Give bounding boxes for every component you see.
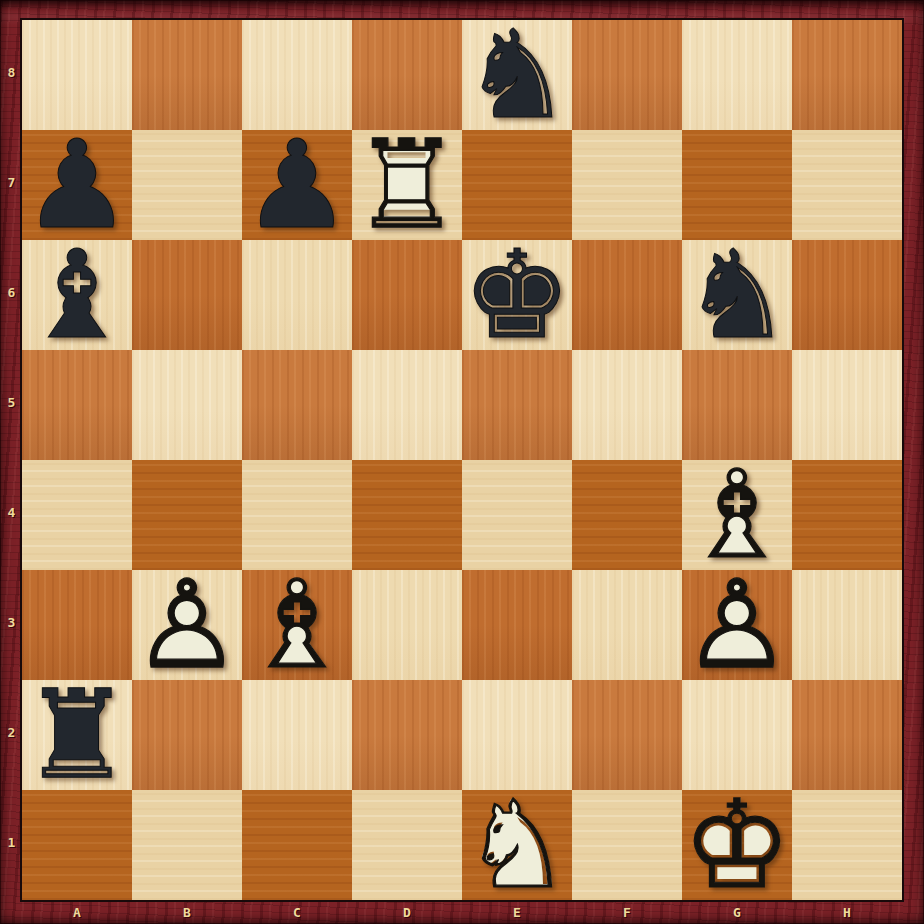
- chess-board-frame: ♞♟♟♜♖♝♚♞♝♗♟♙♝♗♟♙♜♞♘♚♔ 87654321 ABCDEFGH: [0, 0, 924, 924]
- square-h4[interactable]: [792, 460, 902, 570]
- square-a2[interactable]: ♜: [22, 680, 132, 790]
- rank-label-7: 7: [4, 128, 19, 238]
- square-h3[interactable]: [792, 570, 902, 680]
- square-h2[interactable]: [792, 680, 902, 790]
- square-b2[interactable]: [132, 680, 242, 790]
- square-f6[interactable]: [572, 240, 682, 350]
- white-bishop[interactable]: ♝♗: [242, 570, 352, 680]
- black-pawn-icon: ♟: [242, 130, 352, 240]
- white-bishop-outline-icon: ♗: [242, 570, 352, 680]
- square-c5[interactable]: [242, 350, 352, 460]
- square-b3[interactable]: ♟♙: [132, 570, 242, 680]
- square-d4[interactable]: [352, 460, 462, 570]
- square-b1[interactable]: [132, 790, 242, 900]
- square-d2[interactable]: [352, 680, 462, 790]
- square-a1[interactable]: [22, 790, 132, 900]
- file-label-f: F: [572, 902, 682, 924]
- file-label-c: C: [242, 902, 352, 924]
- square-g8[interactable]: [682, 20, 792, 130]
- square-c1[interactable]: [242, 790, 352, 900]
- white-knight[interactable]: ♞♘: [462, 790, 572, 900]
- square-c2[interactable]: [242, 680, 352, 790]
- file-label-b: B: [132, 902, 242, 924]
- square-h5[interactable]: [792, 350, 902, 460]
- square-a5[interactable]: [22, 350, 132, 460]
- black-knight-icon: ♞: [682, 240, 792, 350]
- black-knight[interactable]: ♞: [462, 20, 572, 130]
- file-label-g: G: [682, 902, 792, 924]
- rank-label-1: 1: [4, 788, 19, 898]
- square-b7[interactable]: [132, 130, 242, 240]
- square-f3[interactable]: [572, 570, 682, 680]
- rank-label-4: 4: [4, 458, 19, 568]
- square-g3[interactable]: ♟♙: [682, 570, 792, 680]
- white-king-outline-icon: ♔: [682, 790, 792, 900]
- square-f4[interactable]: [572, 460, 682, 570]
- square-g6[interactable]: ♞: [682, 240, 792, 350]
- file-label-d: D: [352, 902, 462, 924]
- white-pawn-outline-icon: ♙: [682, 570, 792, 680]
- rank-label-8: 8: [4, 18, 19, 128]
- square-e1[interactable]: ♞♘: [462, 790, 572, 900]
- square-e3[interactable]: [462, 570, 572, 680]
- square-f8[interactable]: [572, 20, 682, 130]
- square-f7[interactable]: [572, 130, 682, 240]
- board: ♞♟♟♜♖♝♚♞♝♗♟♙♝♗♟♙♜♞♘♚♔: [20, 18, 904, 902]
- square-d7[interactable]: ♜♖: [352, 130, 462, 240]
- black-bishop[interactable]: ♝: [22, 240, 132, 350]
- square-d6[interactable]: [352, 240, 462, 350]
- square-b6[interactable]: [132, 240, 242, 350]
- square-f5[interactable]: [572, 350, 682, 460]
- black-pawn[interactable]: ♟: [242, 130, 352, 240]
- black-knight[interactable]: ♞: [682, 240, 792, 350]
- square-h7[interactable]: [792, 130, 902, 240]
- square-h6[interactable]: [792, 240, 902, 350]
- square-h8[interactable]: [792, 20, 902, 130]
- white-pawn[interactable]: ♟♙: [132, 570, 242, 680]
- square-e5[interactable]: [462, 350, 572, 460]
- black-rook-icon: ♜: [22, 680, 132, 790]
- white-pawn[interactable]: ♟♙: [682, 570, 792, 680]
- square-c6[interactable]: [242, 240, 352, 350]
- square-a4[interactable]: [22, 460, 132, 570]
- square-d3[interactable]: [352, 570, 462, 680]
- square-e6[interactable]: ♚: [462, 240, 572, 350]
- square-d5[interactable]: [352, 350, 462, 460]
- square-a6[interactable]: ♝: [22, 240, 132, 350]
- square-h1[interactable]: [792, 790, 902, 900]
- black-king-icon: ♚: [462, 240, 572, 350]
- rank-label-3: 3: [4, 568, 19, 678]
- rank-label-5: 5: [4, 348, 19, 458]
- white-rook[interactable]: ♜♖: [352, 130, 462, 240]
- square-c3[interactable]: ♝♗: [242, 570, 352, 680]
- file-label-e: E: [462, 902, 572, 924]
- square-f2[interactable]: [572, 680, 682, 790]
- square-e4[interactable]: [462, 460, 572, 570]
- square-b5[interactable]: [132, 350, 242, 460]
- white-king[interactable]: ♚♔: [682, 790, 792, 900]
- square-c7[interactable]: ♟: [242, 130, 352, 240]
- white-knight-outline-icon: ♘: [462, 790, 572, 900]
- square-d1[interactable]: [352, 790, 462, 900]
- square-g1[interactable]: ♚♔: [682, 790, 792, 900]
- file-label-h: H: [792, 902, 902, 924]
- black-rook[interactable]: ♜: [22, 680, 132, 790]
- black-king[interactable]: ♚: [462, 240, 572, 350]
- square-b8[interactable]: [132, 20, 242, 130]
- square-e8[interactable]: ♞: [462, 20, 572, 130]
- rank-label-6: 6: [4, 238, 19, 348]
- file-label-a: A: [22, 902, 132, 924]
- black-bishop-icon: ♝: [22, 240, 132, 350]
- black-knight-icon: ♞: [462, 20, 572, 130]
- white-rook-outline-icon: ♖: [352, 130, 462, 240]
- square-f1[interactable]: [572, 790, 682, 900]
- white-pawn-outline-icon: ♙: [132, 570, 242, 680]
- rank-label-2: 2: [4, 678, 19, 788]
